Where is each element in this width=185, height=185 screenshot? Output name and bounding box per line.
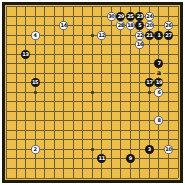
stone-b13: 13 [21, 50, 30, 59]
stone-w8: 8 [154, 116, 163, 125]
grid-line-h [6, 158, 178, 159]
grid-line-h [6, 168, 178, 169]
grid-line-v [120, 6, 121, 178]
grid-line-h [6, 120, 178, 121]
grid-line-v [178, 6, 179, 178]
stone-w16: 16 [135, 40, 144, 49]
stone-w6: 6 [154, 88, 163, 97]
stone-w4: 4 [31, 31, 40, 40]
go-board: a123456789101112131415161718192021222324… [2, 2, 183, 183]
stone-w14: 14 [59, 21, 68, 30]
stone-b11: 11 [97, 154, 106, 163]
stone-b27: 27 [164, 31, 173, 40]
stone-b9: 9 [126, 154, 135, 163]
grid-line-h [6, 178, 178, 179]
grid-line-h [6, 101, 178, 102]
stone-w10: 10 [164, 145, 173, 154]
stone-b17: 17 [145, 78, 154, 87]
stone-b19: 19 [154, 78, 163, 87]
stone-w12: 12 [97, 31, 106, 40]
stone-b5: 5 [135, 21, 144, 30]
star-point [34, 91, 37, 94]
stone-b29: 29 [116, 12, 125, 21]
point-label-a: a [155, 69, 163, 77]
go-diagram: a123456789101112131415161718192021222324… [0, 0, 185, 185]
stone-w2: 2 [31, 145, 40, 154]
stone-w30: 30 [107, 12, 116, 21]
stone-b23: 23 [135, 12, 144, 21]
grid-line-h [6, 130, 178, 131]
stone-w28: 28 [116, 21, 125, 30]
stone-w20: 20 [145, 21, 154, 30]
stone-b1: 1 [154, 31, 163, 40]
stone-w24: 24 [145, 12, 154, 21]
stone-b21: 21 [145, 31, 154, 40]
grid-line-v [111, 6, 112, 178]
stone-b15: 15 [31, 78, 40, 87]
stone-b3: 3 [145, 145, 154, 154]
stone-w26: 26 [164, 21, 173, 30]
star-point [91, 91, 94, 94]
star-point [91, 34, 94, 37]
grid-line-h [6, 111, 178, 112]
board-grid: a123456789101112131415161718192021222324… [5, 5, 180, 180]
stone-b25: 25 [126, 12, 135, 21]
star-point [91, 148, 94, 151]
stone-w22: 22 [135, 31, 144, 40]
stone-w18: 18 [126, 21, 135, 30]
grid-line-v [130, 6, 131, 178]
star-point [148, 91, 151, 94]
grid-line-h [6, 139, 178, 140]
stone-b7: 7 [154, 59, 163, 68]
